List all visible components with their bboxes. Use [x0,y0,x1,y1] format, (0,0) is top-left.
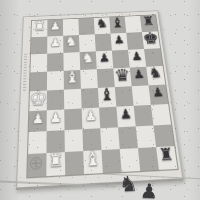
black-pawn[interactable]: ♟ [116,101,136,128]
board-square[interactable] [78,18,94,35]
white-pawn[interactable]: ♟ [81,103,100,130]
board-square[interactable]: ♞ [80,51,97,70]
board-square[interactable] [118,126,138,149]
board-square[interactable]: ♞ [63,35,79,53]
board-square[interactable] [30,54,47,73]
board-square[interactable]: ♟ [47,36,63,54]
board-square[interactable]: ♟ [111,33,128,51]
board-square[interactable] [99,107,118,129]
board-square[interactable] [64,108,82,130]
white-pawn[interactable]: ♟ [29,105,47,132]
white-rook[interactable]: ♜ [46,146,65,176]
chessboard-photo: ♜♟♞♝♜♟♞♟♚♞♟♟♝♛♟♞♚♝♟♟♟♟♟♜♝♜ ♞♟ [0,0,200,200]
board-square[interactable]: ♜ [31,20,47,37]
black-king[interactable]: ♚ [141,27,160,49]
board-square[interactable]: ♟ [116,106,135,128]
white-knight[interactable]: ♞ [63,31,80,53]
white-rook[interactable]: ♜ [31,16,47,37]
board-square[interactable] [120,148,141,172]
board-square[interactable]: ♟ [47,109,65,131]
captured-black-pawn[interactable]: ♟ [139,181,158,200]
board-square[interactable] [47,71,64,91]
white-bishop[interactable]: ♝ [64,65,81,89]
white-pawn[interactable]: ♟ [47,104,65,131]
board-square[interactable]: ♟ [149,85,169,105]
board-square[interactable] [65,129,84,152]
board-square[interactable] [151,104,171,125]
board-square[interactable] [101,149,121,173]
board-square[interactable]: ♟ [29,110,47,132]
board-square[interactable]: ♝ [83,150,103,174]
board-square[interactable]: ♜ [46,152,65,176]
board-square[interactable]: ♝ [98,87,116,108]
black-pawn[interactable]: ♟ [96,46,114,69]
black-rook[interactable]: ♜ [155,141,177,170]
board-square[interactable]: ♞ [94,17,111,34]
black-bishop[interactable]: ♝ [98,82,117,107]
captured-black-knight[interactable]: ♞ [118,173,138,195]
board-square[interactable]: ♚ [142,31,160,49]
white-bishop[interactable]: ♝ [83,145,103,175]
board-square[interactable]: ♝ [64,70,81,90]
white-knight[interactable]: ♞ [79,47,96,70]
board-square[interactable] [100,127,120,150]
board-square[interactable] [47,53,64,72]
chess-board: ♜♟♞♝♜♟♞♟♚♞♟♟♝♛♟♞♚♝♟♟♟♟♟♜♝♜ [16,10,184,190]
board-square[interactable]: ♟ [96,51,114,70]
black-knight[interactable]: ♞ [94,13,111,34]
board-square[interactable] [28,131,47,154]
board-square[interactable] [64,89,82,110]
white-pawn[interactable]: ♟ [47,32,63,54]
board-square[interactable] [80,69,98,89]
board-square[interactable]: ♜ [156,146,177,170]
board-square[interactable] [65,151,84,175]
chess-grid: ♜♟♞♝♜♟♞♟♚♞♟♟♝♛♟♞♚♝♟♟♟♟♟♜♝♜ [26,14,179,178]
board-maker-lettering [23,54,27,93]
board-square[interactable]: ♛ [113,68,131,88]
black-pawn[interactable]: ♟ [148,80,168,105]
board-square[interactable] [31,37,47,55]
board-square[interactable]: ♟ [82,108,101,130]
